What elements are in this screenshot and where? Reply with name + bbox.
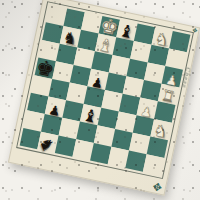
piece-black-bishop[interactable]: ♝ xyxy=(116,21,137,42)
board-corner-ornament-icon: ✥ xyxy=(192,27,198,34)
piece-black-bishop[interactable]: ♝ xyxy=(80,105,101,126)
piece-white-rook[interactable]: ♜ xyxy=(158,85,179,106)
chess-board: ♚♞♝♟♜♟♞♝♞♚♟♟♝♞ ✥ Chess ✥ xyxy=(8,0,200,196)
play-area: ♚♞♝♟♜♟♞♝♞♚♟♟♝♞ xyxy=(20,5,191,176)
piece-white-knight[interactable]: ♞ xyxy=(150,120,171,141)
piece-black-knight[interactable]: ♞ xyxy=(59,27,80,48)
piece-black-pawn[interactable]: ♟ xyxy=(87,70,108,91)
piece-white-pawn[interactable]: ♟ xyxy=(136,99,157,120)
piece-black-king[interactable]: ♚ xyxy=(34,59,55,80)
piece-white-bishop[interactable]: ♝ xyxy=(95,35,116,56)
square-h1[interactable] xyxy=(143,154,164,175)
photo-canvas: ♚♞♝♟♜♟♞♝♞♚♟♟♝♞ ✥ Chess ✥ xyxy=(0,0,200,200)
board-logo-icon: ✥ xyxy=(152,181,163,194)
piece-white-knight[interactable]: ♞ xyxy=(151,28,172,49)
piece-black-pawn[interactable]: ♟ xyxy=(45,97,66,118)
